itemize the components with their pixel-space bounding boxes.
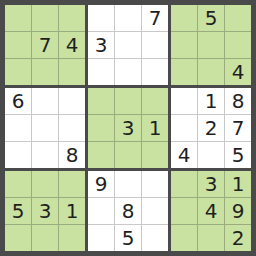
- cell-r2c7[interactable]: [171, 32, 197, 58]
- cell-r7c8[interactable]: 3: [198, 171, 224, 197]
- cell-r9c1[interactable]: [5, 225, 31, 251]
- cell-r2c6[interactable]: [142, 32, 168, 58]
- cell-r5c9[interactable]: 7: [225, 115, 251, 141]
- cell-r2c2[interactable]: 7: [32, 32, 58, 58]
- cell-r8c7[interactable]: [171, 198, 197, 224]
- block-r3c1: 531: [5, 171, 85, 251]
- cell-r7c4[interactable]: 9: [88, 171, 114, 197]
- block-r2c3: 182745: [171, 88, 251, 168]
- cell-r6c7[interactable]: 4: [171, 142, 197, 168]
- cell-r8c4[interactable]: [88, 198, 114, 224]
- cell-r5c2[interactable]: [32, 115, 58, 141]
- cell-r8c5[interactable]: 8: [115, 198, 141, 224]
- cell-r4c1[interactable]: 6: [5, 88, 31, 114]
- cell-r5c6[interactable]: 1: [142, 115, 168, 141]
- cell-r7c7[interactable]: [171, 171, 197, 197]
- cell-r9c4[interactable]: [88, 225, 114, 251]
- cell-r1c8[interactable]: 5: [198, 5, 224, 31]
- cell-r2c3[interactable]: 4: [59, 32, 85, 58]
- cell-r4c4[interactable]: [88, 88, 114, 114]
- cell-r5c5[interactable]: 3: [115, 115, 141, 141]
- cell-r3c9[interactable]: 4: [225, 59, 251, 85]
- cell-r3c7[interactable]: [171, 59, 197, 85]
- cell-r3c2[interactable]: [32, 59, 58, 85]
- cell-r7c6[interactable]: [142, 171, 168, 197]
- cell-r3c1[interactable]: [5, 59, 31, 85]
- cell-r6c5[interactable]: [115, 142, 141, 168]
- cell-r4c8[interactable]: 1: [198, 88, 224, 114]
- cell-r8c3[interactable]: 1: [59, 198, 85, 224]
- block-r1c2: 73: [88, 5, 168, 85]
- cell-r7c3[interactable]: [59, 171, 85, 197]
- cell-r1c5[interactable]: [115, 5, 141, 31]
- cell-r6c1[interactable]: [5, 142, 31, 168]
- cell-r9c7[interactable]: [171, 225, 197, 251]
- cell-r3c5[interactable]: [115, 59, 141, 85]
- cell-r2c4[interactable]: 3: [88, 32, 114, 58]
- cell-r5c8[interactable]: 2: [198, 115, 224, 141]
- block-r2c2: 31: [88, 88, 168, 168]
- cell-r4c7[interactable]: [171, 88, 197, 114]
- cell-r6c8[interactable]: [198, 142, 224, 168]
- block-r2c1: 68: [5, 88, 85, 168]
- cell-r5c3[interactable]: [59, 115, 85, 141]
- cell-r1c6[interactable]: 7: [142, 5, 168, 31]
- block-r3c3: 31492: [171, 171, 251, 251]
- cell-r8c6[interactable]: [142, 198, 168, 224]
- cell-r5c7[interactable]: [171, 115, 197, 141]
- cell-r7c5[interactable]: [115, 171, 141, 197]
- cell-r9c9[interactable]: 2: [225, 225, 251, 251]
- cell-r2c9[interactable]: [225, 32, 251, 58]
- cell-r6c6[interactable]: [142, 142, 168, 168]
- cell-r9c8[interactable]: [198, 225, 224, 251]
- cell-r3c4[interactable]: [88, 59, 114, 85]
- cell-r1c2[interactable]: [32, 5, 58, 31]
- cell-r7c9[interactable]: 1: [225, 171, 251, 197]
- block-r1c1: 74: [5, 5, 85, 85]
- cell-r8c1[interactable]: 5: [5, 198, 31, 224]
- sudoku-board: 747354683118274553198531492: [0, 0, 256, 256]
- cell-r1c7[interactable]: [171, 5, 197, 31]
- cell-r5c1[interactable]: [5, 115, 31, 141]
- cell-r2c8[interactable]: [198, 32, 224, 58]
- cell-r4c9[interactable]: 8: [225, 88, 251, 114]
- cell-r9c3[interactable]: [59, 225, 85, 251]
- cell-r4c5[interactable]: [115, 88, 141, 114]
- cell-r4c2[interactable]: [32, 88, 58, 114]
- cell-r1c1[interactable]: [5, 5, 31, 31]
- cell-r2c1[interactable]: [5, 32, 31, 58]
- cell-r1c3[interactable]: [59, 5, 85, 31]
- cell-r1c4[interactable]: [88, 5, 114, 31]
- cell-r6c3[interactable]: 8: [59, 142, 85, 168]
- cell-r6c2[interactable]: [32, 142, 58, 168]
- cell-r7c1[interactable]: [5, 171, 31, 197]
- cell-r6c9[interactable]: 5: [225, 142, 251, 168]
- cell-r2c5[interactable]: [115, 32, 141, 58]
- cell-r8c8[interactable]: 4: [198, 198, 224, 224]
- cell-r3c6[interactable]: [142, 59, 168, 85]
- cell-r9c6[interactable]: [142, 225, 168, 251]
- cell-r5c4[interactable]: [88, 115, 114, 141]
- cell-r6c4[interactable]: [88, 142, 114, 168]
- cell-r4c3[interactable]: [59, 88, 85, 114]
- cell-r8c2[interactable]: 3: [32, 198, 58, 224]
- cell-r4c6[interactable]: [142, 88, 168, 114]
- cell-r3c8[interactable]: [198, 59, 224, 85]
- cell-r1c9[interactable]: [225, 5, 251, 31]
- block-r3c2: 985: [88, 171, 168, 251]
- cell-r9c5[interactable]: 5: [115, 225, 141, 251]
- cell-r9c2[interactable]: [32, 225, 58, 251]
- block-r1c3: 54: [171, 5, 251, 85]
- cell-r3c3[interactable]: [59, 59, 85, 85]
- cell-r7c2[interactable]: [32, 171, 58, 197]
- cell-r8c9[interactable]: 9: [225, 198, 251, 224]
